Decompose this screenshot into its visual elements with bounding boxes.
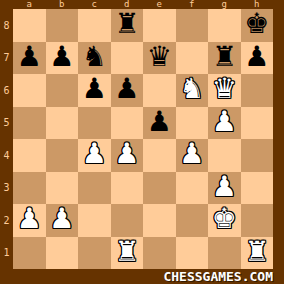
white-queen-piece: ♛ — [212, 75, 237, 103]
chess-board: ♜♚♟♟♞♛♜♟♟♟♞♛♟♟♟♟♟♟♟♟♚♜♜ — [13, 9, 273, 269]
file-label-d: d — [111, 0, 144, 9]
white-pawn-piece: ♟ — [17, 205, 42, 233]
white-rook-piece: ♜ — [244, 238, 269, 266]
black-pawn-piece: ♟ — [114, 75, 139, 103]
black-pawn-piece: ♟ — [17, 43, 42, 71]
square-g5[interactable]: ♟ — [208, 107, 241, 140]
black-knight-piece: ♞ — [82, 43, 107, 71]
black-pawn-piece: ♟ — [244, 43, 269, 71]
square-a3[interactable] — [13, 172, 46, 205]
black-pawn-piece: ♟ — [82, 75, 107, 103]
square-d8[interactable]: ♜ — [111, 9, 144, 42]
square-c2[interactable] — [78, 204, 111, 237]
file-label-a: a — [13, 0, 46, 9]
square-a4[interactable] — [13, 139, 46, 172]
white-knight-piece: ♞ — [179, 75, 204, 103]
square-e2[interactable] — [143, 204, 176, 237]
square-d5[interactable] — [111, 107, 144, 140]
square-b8[interactable] — [46, 9, 79, 42]
square-f8[interactable] — [176, 9, 209, 42]
file-label-f: f — [176, 0, 209, 9]
square-e3[interactable] — [143, 172, 176, 205]
square-f5[interactable] — [176, 107, 209, 140]
white-rook-piece: ♜ — [114, 238, 139, 266]
file-label-c: c — [78, 0, 111, 9]
square-f2[interactable] — [176, 204, 209, 237]
square-g2[interactable]: ♚ — [208, 204, 241, 237]
square-b5[interactable] — [46, 107, 79, 140]
white-king-piece: ♚ — [212, 205, 237, 233]
file-label-e: e — [143, 0, 176, 9]
white-pawn-piece: ♟ — [114, 140, 139, 168]
square-a6[interactable] — [13, 74, 46, 107]
square-e4[interactable] — [143, 139, 176, 172]
square-h5[interactable] — [241, 107, 274, 140]
square-c4[interactable]: ♟ — [78, 139, 111, 172]
square-b3[interactable] — [46, 172, 79, 205]
white-pawn-piece: ♟ — [179, 140, 204, 168]
square-h8[interactable]: ♚ — [241, 9, 274, 42]
square-a5[interactable] — [13, 107, 46, 140]
square-a7[interactable]: ♟ — [13, 42, 46, 75]
black-pawn-piece: ♟ — [49, 43, 74, 71]
rank-label-8: 8 — [0, 9, 13, 42]
square-d2[interactable] — [111, 204, 144, 237]
square-g7[interactable]: ♜ — [208, 42, 241, 75]
white-pawn-piece: ♟ — [82, 140, 107, 168]
square-d4[interactable]: ♟ — [111, 139, 144, 172]
square-f6[interactable]: ♞ — [176, 74, 209, 107]
square-g8[interactable] — [208, 9, 241, 42]
square-h2[interactable] — [241, 204, 274, 237]
rank-label-4: 4 — [0, 139, 13, 172]
square-c3[interactable] — [78, 172, 111, 205]
square-d1[interactable]: ♜ — [111, 237, 144, 270]
square-b2[interactable]: ♟ — [46, 204, 79, 237]
square-h4[interactable] — [241, 139, 274, 172]
square-c7[interactable]: ♞ — [78, 42, 111, 75]
square-e7[interactable]: ♛ — [143, 42, 176, 75]
rank-label-5: 5 — [0, 107, 13, 140]
square-h7[interactable]: ♟ — [241, 42, 274, 75]
square-h1[interactable]: ♜ — [241, 237, 274, 270]
square-a8[interactable] — [13, 9, 46, 42]
rank-label-7: 7 — [0, 42, 13, 75]
square-b6[interactable] — [46, 74, 79, 107]
square-b1[interactable] — [46, 237, 79, 270]
square-d6[interactable]: ♟ — [111, 74, 144, 107]
chess-board-frame: abcdefgh 87654321 ♜♚♟♟♞♛♜♟♟♟♞♛♟♟♟♟♟♟♟♟♚♜… — [0, 0, 284, 284]
square-c5[interactable] — [78, 107, 111, 140]
square-a2[interactable]: ♟ — [13, 204, 46, 237]
black-pawn-piece: ♟ — [147, 108, 172, 136]
watermark-chessgames: CHESSGAMES.COM — [163, 270, 273, 283]
file-label-g: g — [208, 0, 241, 9]
square-e6[interactable] — [143, 74, 176, 107]
square-c1[interactable] — [78, 237, 111, 270]
square-g3[interactable]: ♟ — [208, 172, 241, 205]
square-d3[interactable] — [111, 172, 144, 205]
rank-label-6: 6 — [0, 74, 13, 107]
square-c6[interactable]: ♟ — [78, 74, 111, 107]
square-b4[interactable] — [46, 139, 79, 172]
white-pawn-piece: ♟ — [49, 205, 74, 233]
rank-labels: 87654321 — [0, 9, 13, 269]
square-g4[interactable] — [208, 139, 241, 172]
rank-label-1: 1 — [0, 237, 13, 270]
square-e1[interactable] — [143, 237, 176, 270]
square-e8[interactable] — [143, 9, 176, 42]
black-king-piece: ♚ — [244, 10, 269, 38]
square-b7[interactable]: ♟ — [46, 42, 79, 75]
square-f1[interactable] — [176, 237, 209, 270]
file-label-h: h — [241, 0, 274, 9]
square-a1[interactable] — [13, 237, 46, 270]
square-g6[interactable]: ♛ — [208, 74, 241, 107]
file-labels: abcdefgh — [13, 0, 273, 9]
square-e5[interactable]: ♟ — [143, 107, 176, 140]
file-label-b: b — [46, 0, 79, 9]
rank-label-2: 2 — [0, 204, 13, 237]
square-f4[interactable]: ♟ — [176, 139, 209, 172]
square-f7[interactable] — [176, 42, 209, 75]
square-g1[interactable] — [208, 237, 241, 270]
square-f3[interactable] — [176, 172, 209, 205]
square-h3[interactable] — [241, 172, 274, 205]
black-rook-piece: ♜ — [212, 43, 237, 71]
white-pawn-piece: ♟ — [212, 108, 237, 136]
black-queen-piece: ♛ — [147, 43, 172, 71]
black-rook-piece: ♜ — [114, 10, 139, 38]
rank-label-3: 3 — [0, 172, 13, 205]
square-h6[interactable] — [241, 74, 274, 107]
square-d7[interactable] — [111, 42, 144, 75]
square-c8[interactable] — [78, 9, 111, 42]
white-pawn-piece: ♟ — [212, 173, 237, 201]
